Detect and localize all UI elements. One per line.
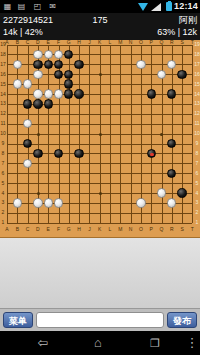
- board-hline: [7, 213, 192, 214]
- coord-label-right: 10: [194, 131, 200, 136]
- go-stone-white: [54, 198, 63, 207]
- go-stone-white: [136, 198, 145, 207]
- go-stone-white: [44, 89, 53, 98]
- go-stone-black: [23, 99, 32, 108]
- go-stone-black: [74, 149, 83, 158]
- coord-label-right: 16: [194, 72, 200, 77]
- go-stone-white: [33, 50, 42, 59]
- coord-label-bottom: K: [97, 227, 103, 232]
- coord-label-right: 17: [194, 62, 200, 67]
- android-nav-bar: ⇦ ⌂ ❐ ⋮: [0, 331, 200, 355]
- coord-label-bottom: G: [66, 227, 72, 232]
- coord-label-bottom: E: [45, 227, 51, 232]
- coord-label-right: 7: [194, 161, 200, 166]
- go-stone-black: [33, 149, 42, 158]
- coord-label-left: 15: [0, 82, 6, 87]
- go-stone-white: [23, 79, 32, 88]
- coord-label-bottom: O: [138, 227, 144, 232]
- go-stone-black: [64, 79, 73, 88]
- coord-label-top: M: [117, 40, 123, 45]
- coord-label-left: 16: [0, 72, 6, 77]
- coord-label-top: E: [45, 40, 51, 45]
- coord-label-left: 2: [0, 210, 6, 215]
- go-stone-white: [13, 79, 22, 88]
- keyboard-icon: ▦: [2, 2, 13, 12]
- coord-label-left: 19: [0, 42, 6, 47]
- go-stone-black: [44, 60, 53, 69]
- coord-label-bottom: R: [169, 227, 175, 232]
- go-stone-black: [177, 70, 186, 79]
- board-hline: [7, 223, 192, 224]
- menu-button[interactable]: 菜单: [3, 312, 33, 328]
- coord-label-top: N: [128, 40, 134, 45]
- message-icon: ✉: [47, 2, 58, 12]
- go-stone-black: [64, 70, 73, 79]
- go-stone-black: [64, 50, 73, 59]
- go-stone-white: [13, 60, 22, 69]
- recents-icon[interactable]: ❐: [145, 335, 165, 351]
- go-stone-black: [167, 169, 176, 178]
- coord-label-left: 12: [0, 111, 6, 116]
- board-hline: [7, 183, 192, 184]
- coord-label-bottom: T: [189, 227, 195, 232]
- go-stone-white: [44, 50, 53, 59]
- coord-label-top: Q: [159, 40, 165, 45]
- coord-label-left: 1: [0, 220, 6, 225]
- coord-label-left: 9: [0, 141, 6, 146]
- go-stone-white: [157, 188, 166, 197]
- coord-label-left: 17: [0, 62, 6, 67]
- go-stone-white: [23, 159, 32, 168]
- go-stone-black: [54, 70, 63, 79]
- go-stone-white: [54, 89, 63, 98]
- move-number: 175: [0, 14, 200, 26]
- coord-label-top: T: [189, 40, 195, 45]
- go-stone-white: [157, 70, 166, 79]
- coord-label-bottom: B: [14, 227, 20, 232]
- go-stone-black: [64, 89, 73, 98]
- game-header: 2272914521 175 阿刚 14k | 42% 63% | 12k: [0, 13, 200, 40]
- coord-label-top: O: [138, 40, 144, 45]
- coord-label-top: K: [97, 40, 103, 45]
- go-stone-black: [177, 188, 186, 197]
- star-point: [37, 192, 40, 195]
- go-stone-white: [54, 50, 63, 59]
- board-vline: [110, 45, 111, 223]
- coord-label-top: B: [14, 40, 20, 45]
- coord-label-right: 18: [194, 52, 200, 57]
- coord-label-right: 9: [194, 141, 200, 146]
- coord-label-bottom: M: [117, 227, 123, 232]
- go-stone-white: [44, 198, 53, 207]
- coord-label-bottom: C: [25, 227, 31, 232]
- coord-label-left: 18: [0, 52, 6, 57]
- coord-label-bottom: Q: [159, 227, 165, 232]
- signal-icon: [151, 3, 161, 11]
- go-stone-white: [23, 119, 32, 128]
- coord-label-left: 7: [0, 161, 6, 166]
- coord-label-top: L: [107, 40, 113, 45]
- coord-label-right: 1: [194, 220, 200, 225]
- board-hline: [7, 173, 192, 174]
- go-stone-black: [33, 60, 42, 69]
- go-stone-white: [167, 198, 176, 207]
- coord-label-right: 13: [194, 101, 200, 106]
- coord-label-top: G: [66, 40, 72, 45]
- coord-label-bottom: N: [128, 227, 134, 232]
- star-point: [99, 73, 102, 76]
- star-point: [99, 133, 102, 136]
- battery-icon: [166, 2, 172, 11]
- send-button[interactable]: 發布: [167, 312, 197, 328]
- my-rank-stats: 14k | 42%: [3, 26, 43, 38]
- coord-label-bottom: P: [148, 227, 154, 232]
- coord-label-bottom: H: [76, 227, 82, 232]
- go-stone-black: [54, 60, 63, 69]
- coord-label-right: 3: [194, 200, 200, 205]
- coord-label-top: R: [169, 40, 175, 45]
- app-grid-icon: ▤: [16, 2, 27, 12]
- go-stone-black: [167, 139, 176, 148]
- go-stone-white: [33, 70, 42, 79]
- controls-bar: 菜单 發布: [0, 308, 200, 332]
- coord-label-left: 13: [0, 101, 6, 106]
- last-move-marker: [150, 153, 154, 157]
- go-stone-black: [33, 99, 42, 108]
- coord-label-right: 2: [194, 210, 200, 215]
- go-stone-black: [74, 60, 83, 69]
- coord-label-left: 6: [0, 171, 6, 176]
- coord-label-top: D: [35, 40, 41, 45]
- go-stone-black: [23, 139, 32, 148]
- coord-label-bottom: D: [35, 227, 41, 232]
- opponent-rank-stats: 63% | 12k: [157, 26, 197, 38]
- go-stone-black: [44, 99, 53, 108]
- go-stone-white: [13, 198, 22, 207]
- coord-label-left: 3: [0, 200, 6, 205]
- board-vline: [120, 45, 121, 223]
- board-vline: [141, 45, 142, 223]
- coord-label-left: 11: [0, 121, 6, 126]
- menu-dots-icon[interactable]: ⋮: [182, 335, 200, 351]
- coord-label-right: 11: [194, 121, 200, 126]
- coord-label-bottom: A: [4, 227, 10, 232]
- home-icon[interactable]: ⌂: [88, 335, 108, 351]
- coord-label-right: 4: [194, 191, 200, 196]
- coord-label-right: 14: [194, 92, 200, 97]
- board-hline: [7, 144, 192, 145]
- coord-label-left: 8: [0, 151, 6, 156]
- go-stone-black: [147, 149, 156, 158]
- coord-label-top: P: [148, 40, 154, 45]
- star-point: [99, 192, 102, 195]
- coord-label-top: C: [25, 40, 31, 45]
- clock: 12:14: [174, 1, 198, 12]
- screenshot-icon: ◰: [32, 2, 43, 12]
- coord-label-bottom: S: [179, 227, 185, 232]
- coord-label-bottom: J: [86, 227, 92, 232]
- board-vline: [151, 45, 152, 223]
- opponent-name: 阿刚: [179, 14, 197, 26]
- back-icon[interactable]: ⇦: [33, 335, 53, 351]
- go-stone-white: [33, 89, 42, 98]
- coord-label-left: 14: [0, 92, 6, 97]
- go-stone-white: [33, 198, 42, 207]
- coord-label-bottom: F: [56, 227, 62, 232]
- go-stone-white: [136, 60, 145, 69]
- coord-label-right: 5: [194, 181, 200, 186]
- go-stone-white: [167, 60, 176, 69]
- status-bar: ▦ ▤ ◰ ✉ 12:14: [0, 0, 200, 13]
- coord-label-left: 4: [0, 191, 6, 196]
- wifi-icon: [138, 3, 148, 11]
- board-vline: [131, 45, 132, 223]
- coord-label-top: F: [56, 40, 62, 45]
- chat-input[interactable]: [36, 312, 164, 328]
- chat-area[interactable]: [0, 238, 200, 308]
- coord-label-left: 5: [0, 181, 6, 186]
- coord-label-right: 15: [194, 82, 200, 87]
- board-vline: [172, 45, 173, 223]
- coord-label-right: 12: [194, 111, 200, 116]
- go-stone-black: [54, 149, 63, 158]
- go-stone-black: [167, 89, 176, 98]
- go-stone-black: [147, 89, 156, 98]
- coord-label-right: 6: [194, 171, 200, 176]
- star-point: [37, 133, 40, 136]
- board-hline: [7, 163, 192, 164]
- coord-label-top: S: [179, 40, 185, 45]
- coord-label-left: 10: [0, 131, 6, 136]
- coord-label-bottom: L: [107, 227, 113, 232]
- go-board[interactable]: AA1919BB1818CC1717DD1616EE1515FF1414GG13…: [0, 40, 200, 238]
- go-stone-black: [74, 89, 83, 98]
- coord-label-right: 8: [194, 151, 200, 156]
- coord-label-top: J: [86, 40, 92, 45]
- coord-label-top: H: [76, 40, 82, 45]
